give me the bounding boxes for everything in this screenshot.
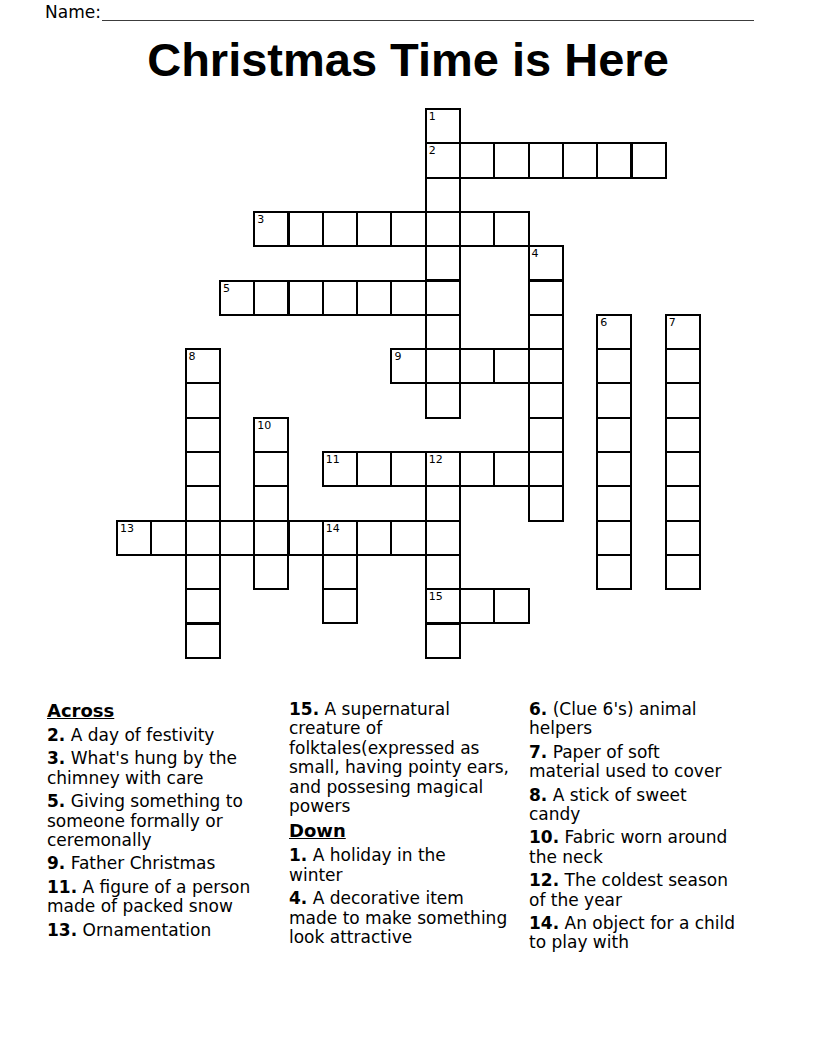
clues-col-2: 15. A supernatural creature of folktales… [289,700,534,951]
cell-number: 11 [326,453,340,466]
cell-r14c10[interactable] [425,554,461,590]
cell-r11c15[interactable] [596,451,632,487]
cell-r8c11[interactable] [459,348,495,384]
clue-text: A decorative item made to make something… [289,888,507,947]
cell-r4c11[interactable] [459,211,495,247]
cell-r12c5[interactable] [253,485,289,521]
clue-number: 4. [289,888,307,908]
clue-text: Ornamentation [83,920,212,940]
cell-r2c13[interactable] [528,142,564,178]
cell-r7c10[interactable] [425,314,461,350]
cell-r12c15[interactable] [596,485,632,521]
cell-r11c10[interactable]: 12 [425,451,461,487]
clue-number: 12. [529,870,559,890]
cell-r6c10[interactable] [425,280,461,316]
cell-r6c9[interactable] [390,280,426,316]
cell-r11c7[interactable]: 11 [322,451,358,487]
clues-col-1: Across2. A day of festivity3. What's hun… [47,700,284,944]
cell-r12c3[interactable] [185,485,221,521]
clue-down-8: 8. A stick of sweet candy [529,786,781,825]
clue-down-10: 10. Fabric worn around the neck [529,828,781,867]
cell-r11c9[interactable] [390,451,426,487]
cell-r13c9[interactable] [390,520,426,556]
cell-r2c11[interactable] [459,142,495,178]
cell-r11c13[interactable] [528,451,564,487]
cell-number: 5 [223,282,230,295]
cell-r2c16[interactable] [631,142,667,178]
clue-number: 10. [529,827,559,847]
cell-r1c10[interactable]: 1 [425,108,461,144]
cell-number: 1 [429,110,436,123]
cell-r9c15[interactable] [596,382,632,418]
cell-r14c5[interactable] [253,554,289,590]
cell-r13c6[interactable] [288,520,324,556]
cell-r4c8[interactable] [356,211,392,247]
cell-r13c2[interactable] [150,520,186,556]
cell-r13c7[interactable]: 14 [322,520,358,556]
cell-r4c7[interactable] [322,211,358,247]
cell-number: 12 [429,453,443,466]
clue-text: An object for a child to play with [529,913,735,952]
cell-r10c3[interactable] [185,417,221,453]
cell-r13c4[interactable] [219,520,255,556]
clue-down-4: 4. A decorative item made to make someth… [289,889,534,947]
cell-number: 14 [326,522,340,535]
cell-r2c10[interactable]: 2 [425,142,461,178]
clue-number: 6. [529,699,547,719]
cell-r4c9[interactable] [390,211,426,247]
cell-r8c3[interactable]: 8 [185,348,221,384]
name-label: Name: [45,2,101,22]
cell-r5c10[interactable] [425,245,461,281]
clue-text: A supernatural creature of folktales(exp… [289,699,509,816]
clue-text: What's hung by the chimney with care [47,748,237,787]
cell-r6c4[interactable]: 5 [219,280,255,316]
cell-r11c5[interactable] [253,451,289,487]
cell-r8c13[interactable] [528,348,564,384]
cell-number: 10 [257,419,271,432]
cell-r4c10[interactable] [425,211,461,247]
cell-r6c8[interactable] [356,280,392,316]
cell-r8c9[interactable]: 9 [390,348,426,384]
cell-r8c10[interactable] [425,348,461,384]
clue-text: The coldest season of the year [529,870,728,909]
cell-r6c6[interactable] [288,280,324,316]
cell-r12c17[interactable] [665,485,701,521]
cell-r8c12[interactable] [493,348,529,384]
clue-number: 1. [289,845,307,865]
cell-r9c3[interactable] [185,382,221,418]
clue-text: Paper of soft material used to cover [529,742,721,781]
clue-across-13: 13. Ornamentation [47,921,284,940]
cell-r16c3[interactable] [185,623,221,659]
clue-text: (Clue 6's) animal helpers [529,699,697,738]
puzzle-title: Christmas Time is Here [0,33,816,87]
clue-across-2: 2. A day of festivity [47,726,284,745]
clue-number: 11. [47,877,77,897]
clue-number: 3. [47,748,65,768]
clue-down-7: 7. Paper of soft material used to cover [529,743,781,782]
clue-number: 15. [289,699,319,719]
clue-down-14: 14. An object for a child to play with [529,914,781,953]
clue-text: A stick of sweet candy [529,785,687,824]
cell-r13c8[interactable] [356,520,392,556]
cell-r14c3[interactable] [185,554,221,590]
clue-across-15: 15. A supernatural creature of folktales… [289,700,534,816]
cell-number: 9 [394,350,401,363]
crossword-grid: 123456789101112131415 [116,108,702,660]
cell-number: 8 [189,350,196,363]
cell-r15c11[interactable] [459,588,495,624]
clue-down-6: 6. (Clue 6's) animal helpers [529,700,781,739]
clue-text: A figure of a person made of packed snow [47,877,250,916]
worksheet-page: { "header": { "name_label": "Name:", "ti… [0,0,816,1056]
clue-text: A day of festivity [71,725,215,745]
cell-r11c17[interactable] [665,451,701,487]
cell-r3c10[interactable] [425,177,461,213]
cell-r13c3[interactable] [185,520,221,556]
cell-r15c3[interactable] [185,588,221,624]
cell-r10c15[interactable] [596,417,632,453]
cell-r4c6[interactable] [288,211,324,247]
cell-r11c3[interactable] [185,451,221,487]
cell-r7c17[interactable]: 7 [665,314,701,350]
cell-number: 13 [120,522,134,535]
clue-down-12: 12. The coldest season of the year [529,871,781,910]
across-header: Across [47,700,284,721]
cell-r10c17[interactable] [665,417,701,453]
cell-r15c12[interactable] [493,588,529,624]
cell-r6c7[interactable] [322,280,358,316]
cell-r2c14[interactable] [562,142,598,178]
cell-r13c10[interactable] [425,520,461,556]
cell-r9c13[interactable] [528,382,564,418]
clue-number: 2. [47,725,65,745]
clues-col-3: 6. (Clue 6's) animal helpers7. Paper of … [529,700,781,957]
cell-r12c10[interactable] [425,485,461,521]
clue-down-1: 1. A holiday in the winter [289,846,534,885]
cell-r11c11[interactable] [459,451,495,487]
cell-r9c10[interactable] [425,382,461,418]
cell-r14c17[interactable] [665,554,701,590]
cell-r7c13[interactable] [528,314,564,350]
cell-number: 3 [257,213,264,226]
cell-number: 6 [600,316,607,329]
cell-r13c1[interactable]: 13 [116,520,152,556]
cell-number: 15 [429,590,443,603]
clue-text: A holiday in the winter [289,845,446,884]
cell-r15c10[interactable]: 15 [425,588,461,624]
clue-number: 8. [529,785,547,805]
cell-r16c10[interactable] [425,623,461,659]
clue-number: 7. [529,742,547,762]
cell-r13c15[interactable] [596,520,632,556]
cell-r4c12[interactable] [493,211,529,247]
clue-across-5: 5. Giving something to someone formally … [47,792,284,850]
cell-number: 7 [669,316,676,329]
clue-number: 5. [47,791,65,811]
cell-r14c7[interactable] [322,554,358,590]
clue-number: 14. [529,913,559,933]
cell-r11c12[interactable] [493,451,529,487]
cell-r7c15[interactable]: 6 [596,314,632,350]
clue-text: Fabric worn around the neck [529,827,727,866]
cell-r12c13[interactable] [528,485,564,521]
cell-r10c13[interactable] [528,417,564,453]
cell-number: 2 [429,144,436,157]
cell-r8c17[interactable] [665,348,701,384]
clue-across-3: 3. What's hung by the chimney with care [47,749,284,788]
cell-r11c8[interactable] [356,451,392,487]
cell-r8c15[interactable] [596,348,632,384]
cell-number: 4 [532,247,539,260]
cell-r13c5[interactable] [253,520,289,556]
cell-r14c15[interactable] [596,554,632,590]
cell-r4c5[interactable]: 3 [253,211,289,247]
clue-number: 13. [47,920,77,940]
cell-r2c12[interactable] [493,142,529,178]
cell-r10c5[interactable]: 10 [253,417,289,453]
clue-across-11: 11. A figure of a person made of packed … [47,878,284,917]
down-header: Down [289,820,534,841]
clue-across-9: 9. Father Christmas [47,854,284,873]
clue-number: 9. [47,853,65,873]
clue-text: Giving something to someone formally or … [47,791,243,850]
cell-r2c15[interactable] [596,142,632,178]
cell-r6c13[interactable] [528,280,564,316]
cell-r13c17[interactable] [665,520,701,556]
cell-r5c13[interactable]: 4 [528,245,564,281]
cell-r6c5[interactable] [253,280,289,316]
cell-r9c17[interactable] [665,382,701,418]
name-input-line[interactable] [102,20,754,21]
clue-text: Father Christmas [71,853,216,873]
cell-r15c7[interactable] [322,588,358,624]
